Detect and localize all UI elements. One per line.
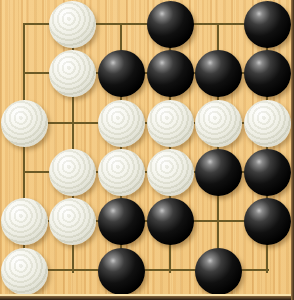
black-stone: ● bbox=[147, 1, 194, 48]
white-stone: ○ bbox=[244, 100, 291, 147]
board-edge-bottom bbox=[0, 296, 294, 300]
board-intersection[interactable]: ● bbox=[243, 197, 292, 246]
board-intersection[interactable] bbox=[49, 246, 98, 295]
board-intersection[interactable]: ○ bbox=[0, 197, 49, 246]
white-stone: ○ bbox=[195, 100, 242, 147]
board-intersection[interactable] bbox=[194, 197, 243, 246]
board-intersections: ○●●○●●●●○○○○○○○○●●○○●●●○●● bbox=[0, 0, 292, 296]
board-intersection[interactable]: ● bbox=[243, 148, 292, 197]
black-stone: ● bbox=[98, 248, 145, 295]
board-edge-right bbox=[291, 0, 294, 300]
board-intersection[interactable] bbox=[146, 246, 195, 295]
white-stone: ○ bbox=[1, 198, 48, 245]
white-stone: ○ bbox=[1, 100, 48, 147]
black-stone: ● bbox=[147, 50, 194, 97]
board-intersection[interactable]: ○ bbox=[49, 49, 98, 98]
black-stone: ● bbox=[244, 198, 291, 245]
board-intersection[interactable]: ● bbox=[97, 197, 146, 246]
board-intersection[interactable]: ○ bbox=[49, 197, 98, 246]
white-stone: ○ bbox=[49, 198, 96, 245]
board-intersection[interactable]: ○ bbox=[49, 0, 98, 49]
black-stone: ● bbox=[195, 50, 242, 97]
white-stone: ○ bbox=[147, 100, 194, 147]
board-intersection[interactable] bbox=[49, 99, 98, 148]
board-intersection[interactable]: ● bbox=[194, 49, 243, 98]
board-intersection[interactable]: ○ bbox=[97, 148, 146, 197]
go-board: ○●●○●●●●○○○○○○○○●●○○●●●○●● bbox=[0, 0, 294, 300]
board-intersection[interactable]: ○ bbox=[97, 99, 146, 148]
board-intersection[interactable]: ● bbox=[194, 148, 243, 197]
board-intersection[interactable] bbox=[194, 0, 243, 49]
board-intersection[interactable]: ○ bbox=[194, 99, 243, 148]
white-stone: ○ bbox=[49, 50, 96, 97]
black-stone: ● bbox=[244, 50, 291, 97]
board-intersection[interactable] bbox=[243, 246, 292, 295]
black-stone: ● bbox=[244, 1, 291, 48]
board-intersection[interactable] bbox=[97, 0, 146, 49]
board-intersection[interactable]: ○ bbox=[146, 99, 195, 148]
white-stone: ○ bbox=[1, 248, 48, 295]
board-intersection[interactable]: ○ bbox=[0, 99, 49, 148]
board-intersection[interactable]: ○ bbox=[146, 148, 195, 197]
white-stone: ○ bbox=[49, 149, 96, 196]
black-stone: ● bbox=[244, 149, 291, 196]
board-intersection[interactable] bbox=[0, 148, 49, 197]
black-stone: ● bbox=[98, 198, 145, 245]
white-stone: ○ bbox=[147, 149, 194, 196]
board-intersection[interactable] bbox=[0, 0, 49, 49]
white-stone: ○ bbox=[49, 1, 96, 48]
board-intersection[interactable]: ● bbox=[97, 49, 146, 98]
board-intersection[interactable]: ● bbox=[146, 0, 195, 49]
board-intersection[interactable]: ● bbox=[194, 246, 243, 295]
board-intersection[interactable]: ● bbox=[146, 49, 195, 98]
board-intersection[interactable]: ● bbox=[243, 0, 292, 49]
board-intersection[interactable] bbox=[0, 49, 49, 98]
black-stone: ● bbox=[147, 198, 194, 245]
black-stone: ● bbox=[195, 248, 242, 295]
black-stone: ● bbox=[98, 50, 145, 97]
go-board-screenshot: ○●●○●●●●○○○○○○○○●●○○●●●○●● bbox=[0, 0, 294, 300]
board-intersection[interactable]: ○ bbox=[49, 148, 98, 197]
black-stone: ● bbox=[195, 149, 242, 196]
white-stone: ○ bbox=[98, 100, 145, 147]
board-intersection[interactable]: ● bbox=[97, 246, 146, 295]
board-intersection[interactable]: ● bbox=[243, 49, 292, 98]
board-intersection[interactable]: ● bbox=[146, 197, 195, 246]
board-intersection[interactable]: ○ bbox=[0, 246, 49, 295]
board-intersection[interactable]: ○ bbox=[243, 99, 292, 148]
white-stone: ○ bbox=[98, 149, 145, 196]
